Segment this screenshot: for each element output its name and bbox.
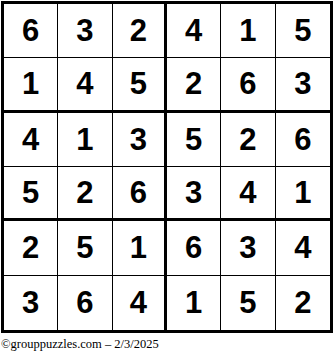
cell-r3c3[interactable]: 3 [113,113,167,167]
cell-r3c2[interactable]: 1 [58,113,112,167]
cell-r1c3[interactable]: 2 [113,4,167,58]
cell-r2c4[interactable]: 2 [167,58,221,112]
cell-r5c3[interactable]: 1 [113,221,167,275]
cell-r1c4[interactable]: 4 [167,4,221,58]
cell-r4c6[interactable]: 1 [276,167,330,221]
cell-r2c3[interactable]: 5 [113,58,167,112]
cell-r4c2[interactable]: 2 [58,167,112,221]
cell-r5c1[interactable]: 2 [4,221,58,275]
cell-r1c1[interactable]: 6 [4,4,58,58]
cell-r6c4[interactable]: 1 [167,276,221,330]
cell-r1c6[interactable]: 5 [276,4,330,58]
cell-r3c5[interactable]: 2 [221,113,275,167]
copyright-credit: ©grouppuzzles.com – 2/3/2025 [1,337,159,352]
cell-r4c1[interactable]: 5 [4,167,58,221]
cell-r2c5[interactable]: 6 [221,58,275,112]
cell-r5c4[interactable]: 6 [167,221,221,275]
cell-r1c2[interactable]: 3 [58,4,112,58]
cell-r5c2[interactable]: 5 [58,221,112,275]
cell-r2c6[interactable]: 3 [276,58,330,112]
cell-r6c6[interactable]: 2 [276,276,330,330]
cell-r1c5[interactable]: 1 [221,4,275,58]
cell-r3c4[interactable]: 5 [167,113,221,167]
cell-r3c1[interactable]: 4 [4,113,58,167]
sudoku-board: 632415145263413526526341251634364152 [1,1,333,333]
cell-r6c1[interactable]: 3 [4,276,58,330]
cell-r6c2[interactable]: 6 [58,276,112,330]
cell-r5c5[interactable]: 3 [221,221,275,275]
cell-r4c3[interactable]: 6 [113,167,167,221]
cell-r2c1[interactable]: 1 [4,58,58,112]
cell-r4c5[interactable]: 4 [221,167,275,221]
cell-r5c6[interactable]: 4 [276,221,330,275]
cell-r2c2[interactable]: 4 [58,58,112,112]
cell-r6c5[interactable]: 5 [221,276,275,330]
cell-r3c6[interactable]: 6 [276,113,330,167]
cell-r6c3[interactable]: 4 [113,276,167,330]
cell-r4c4[interactable]: 3 [167,167,221,221]
